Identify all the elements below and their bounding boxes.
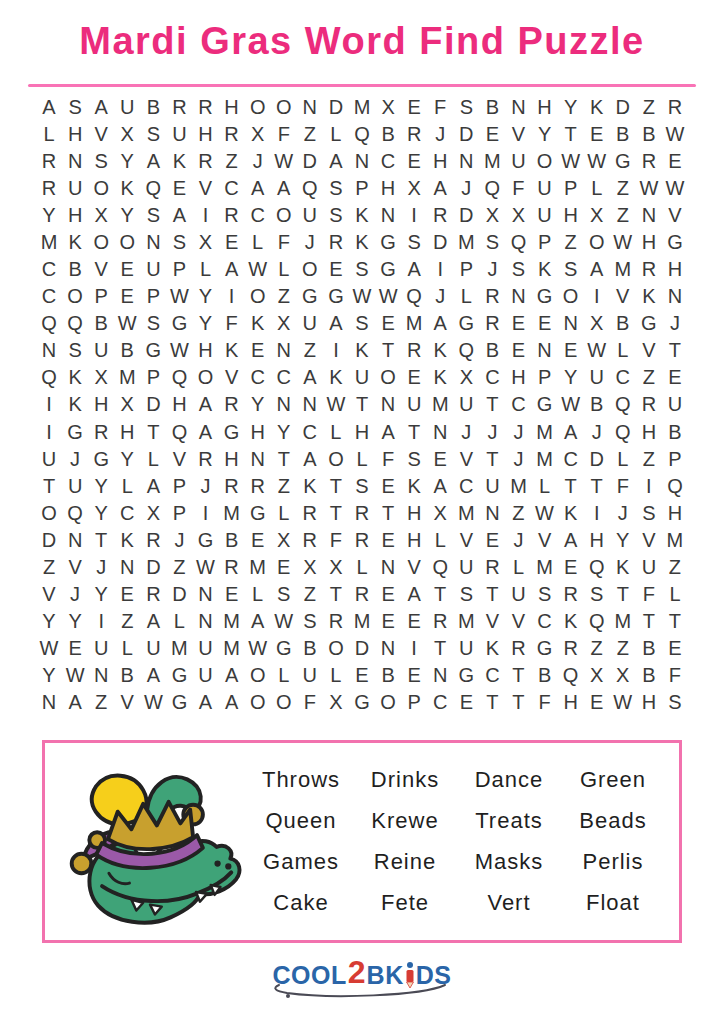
grid-cell-r21c20[interactable]: G [532,635,558,662]
grid-cell-r9c11[interactable]: U [297,310,323,337]
grid-cell-r12c1[interactable]: I [36,391,62,418]
grid-cell-r9c10[interactable]: X [271,310,297,337]
grid-cell-r19c9[interactable]: L [245,581,271,608]
grid-cell-r8c11[interactable]: G [297,283,323,310]
grid-cell-r20c21[interactable]: K [558,608,584,635]
grid-cell-r17c8[interactable]: B [219,527,245,554]
grid-cell-r11c3[interactable]: X [88,364,114,391]
grid-cell-r12c25[interactable]: U [662,391,688,418]
grid-cell-r4c5[interactable]: Q [140,175,166,202]
grid-cell-r6c16[interactable]: D [427,229,453,256]
grid-cell-r13c8[interactable]: G [219,419,245,446]
grid-cell-r17c3[interactable]: T [88,527,114,554]
grid-cell-r15c13[interactable]: S [349,473,375,500]
grid-cell-r18c15[interactable]: V [401,554,427,581]
grid-cell-r8c18[interactable]: R [479,283,505,310]
grid-cell-r4c16[interactable]: A [427,175,453,202]
grid-cell-r15c6[interactable]: P [166,473,192,500]
grid-cell-r2c24[interactable]: B [636,121,662,148]
grid-cell-r6c20[interactable]: P [532,229,558,256]
grid-cell-r15c25[interactable]: Q [662,473,688,500]
grid-cell-r1c19[interactable]: N [505,94,531,121]
grid-cell-r16c24[interactable]: S [636,500,662,527]
grid-cell-r5c6[interactable]: A [166,202,192,229]
grid-cell-r18c22[interactable]: Q [584,554,610,581]
grid-cell-r2c4[interactable]: X [114,121,140,148]
grid-cell-r7c22[interactable]: A [584,256,610,283]
grid-cell-r22c10[interactable]: L [271,662,297,689]
grid-cell-r2c2[interactable]: H [62,121,88,148]
grid-cell-r22c24[interactable]: B [636,662,662,689]
grid-cell-r20c7[interactable]: N [192,608,218,635]
grid-cell-r7c9[interactable]: W [245,256,271,283]
grid-cell-r5c13[interactable]: K [349,202,375,229]
grid-cell-r21c17[interactable]: U [453,635,479,662]
grid-cell-r22c11[interactable]: U [297,662,323,689]
grid-cell-r11c13[interactable]: U [349,364,375,391]
grid-cell-r7c19[interactable]: S [505,256,531,283]
grid-cell-r23c8[interactable]: A [219,689,245,716]
grid-cell-r15c18[interactable]: U [479,473,505,500]
grid-cell-r2c18[interactable]: E [479,121,505,148]
grid-cell-r1c7[interactable]: R [192,94,218,121]
grid-cell-r14c16[interactable]: E [427,446,453,473]
grid-cell-r17c9[interactable]: E [245,527,271,554]
grid-cell-r16c11[interactable]: R [297,500,323,527]
grid-cell-r8c2[interactable]: O [62,283,88,310]
grid-cell-r18c16[interactable]: Q [427,554,453,581]
grid-cell-r7c10[interactable]: L [271,256,297,283]
grid-cell-r11c10[interactable]: C [271,364,297,391]
grid-cell-r22c12[interactable]: L [323,662,349,689]
grid-cell-r6c25[interactable]: G [662,229,688,256]
grid-cell-r4c13[interactable]: P [349,175,375,202]
grid-cell-r17c25[interactable]: M [662,527,688,554]
grid-cell-r2c25[interactable]: W [662,121,688,148]
grid-cell-r10c8[interactable]: K [219,337,245,364]
grid-cell-r4c9[interactable]: A [245,175,271,202]
grid-cell-r5c5[interactable]: S [140,202,166,229]
grid-cell-r11c18[interactable]: C [479,364,505,391]
grid-cell-r10c2[interactable]: S [62,337,88,364]
grid-cell-r16c25[interactable]: H [662,500,688,527]
grid-cell-r1c2[interactable]: S [62,94,88,121]
grid-cell-r6c13[interactable]: K [349,229,375,256]
grid-cell-r12c4[interactable]: X [114,391,140,418]
grid-cell-r10c25[interactable]: T [662,337,688,364]
grid-cell-r10c12[interactable]: I [323,337,349,364]
grid-cell-r7c12[interactable]: E [323,256,349,283]
grid-cell-r15c5[interactable]: A [140,473,166,500]
grid-cell-r10c17[interactable]: Q [453,337,479,364]
grid-cell-r8c25[interactable]: N [662,283,688,310]
grid-cell-r11c20[interactable]: P [532,364,558,391]
grid-cell-r21c9[interactable]: W [245,635,271,662]
grid-cell-r11c12[interactable]: K [323,364,349,391]
grid-cell-r14c11[interactable]: A [297,446,323,473]
grid-cell-r10c11[interactable]: Z [297,337,323,364]
grid-cell-r16c19[interactable]: Z [505,500,531,527]
grid-cell-r1c22[interactable]: K [584,94,610,121]
grid-cell-r20c2[interactable]: Y [62,608,88,635]
grid-cell-r16c13[interactable]: R [349,500,375,527]
grid-cell-r16c23[interactable]: J [610,500,636,527]
grid-cell-r3c17[interactable]: N [453,148,479,175]
grid-cell-r22c6[interactable]: G [166,662,192,689]
grid-cell-r1c16[interactable]: F [427,94,453,121]
grid-cell-r4c12[interactable]: S [323,175,349,202]
grid-cell-r7c4[interactable]: E [114,256,140,283]
grid-cell-r1c4[interactable]: U [114,94,140,121]
grid-cell-r23c18[interactable]: T [479,689,505,716]
grid-cell-r10c20[interactable]: N [532,337,558,364]
grid-cell-r7c16[interactable]: I [427,256,453,283]
grid-cell-r13c14[interactable]: A [375,419,401,446]
grid-cell-r19c18[interactable]: T [479,581,505,608]
grid-cell-r6c19[interactable]: Q [505,229,531,256]
grid-cell-r4c4[interactable]: K [114,175,140,202]
grid-cell-r13c11[interactable]: C [297,419,323,446]
grid-cell-r15c12[interactable]: T [323,473,349,500]
grid-cell-r18c4[interactable]: N [114,554,140,581]
grid-cell-r19c11[interactable]: Z [297,581,323,608]
grid-cell-r11c1[interactable]: Q [36,364,62,391]
grid-cell-r22c16[interactable]: N [427,662,453,689]
grid-cell-r20c8[interactable]: M [219,608,245,635]
grid-cell-r5c12[interactable]: S [323,202,349,229]
grid-cell-r22c25[interactable]: F [662,662,688,689]
grid-cell-r13c2[interactable]: G [62,419,88,446]
grid-cell-r8c10[interactable]: Z [271,283,297,310]
grid-cell-r19c2[interactable]: J [62,581,88,608]
grid-cell-r17c18[interactable]: E [479,527,505,554]
grid-cell-r12c22[interactable]: B [584,391,610,418]
grid-cell-r13c23[interactable]: Q [610,419,636,446]
grid-cell-r3c20[interactable]: O [532,148,558,175]
grid-cell-r14c18[interactable]: T [479,446,505,473]
grid-cell-r22c8[interactable]: A [219,662,245,689]
grid-cell-r21c2[interactable]: E [62,635,88,662]
grid-cell-r20c25[interactable]: T [662,608,688,635]
grid-cell-r2c20[interactable]: Y [532,121,558,148]
grid-cell-r23c24[interactable]: H [636,689,662,716]
grid-cell-r22c15[interactable]: E [401,662,427,689]
grid-cell-r1c24[interactable]: Z [636,94,662,121]
grid-cell-r5c14[interactable]: N [375,202,401,229]
grid-cell-r9c22[interactable]: X [584,310,610,337]
grid-cell-r9c13[interactable]: S [349,310,375,337]
grid-cell-r21c13[interactable]: D [349,635,375,662]
grid-cell-r17c20[interactable]: V [532,527,558,554]
grid-cell-r6c1[interactable]: M [36,229,62,256]
grid-cell-r7c2[interactable]: B [62,256,88,283]
grid-cell-r17c11[interactable]: R [297,527,323,554]
grid-cell-r3c11[interactable]: D [297,148,323,175]
grid-cell-r3c2[interactable]: N [62,148,88,175]
grid-cell-r9c6[interactable]: G [166,310,192,337]
grid-cell-r22c2[interactable]: W [62,662,88,689]
grid-cell-r2c16[interactable]: J [427,121,453,148]
grid-cell-r18c3[interactable]: J [88,554,114,581]
grid-cell-r14c2[interactable]: J [62,446,88,473]
grid-cell-r19c8[interactable]: E [219,581,245,608]
grid-cell-r13c21[interactable]: A [558,419,584,446]
grid-cell-r3c7[interactable]: R [192,148,218,175]
grid-cell-r4c3[interactable]: O [88,175,114,202]
grid-cell-r1c3[interactable]: A [88,94,114,121]
grid-cell-r22c18[interactable]: C [479,662,505,689]
grid-cell-r23c13[interactable]: G [349,689,375,716]
grid-cell-r1c8[interactable]: H [219,94,245,121]
grid-cell-r4c7[interactable]: V [192,175,218,202]
grid-cell-r19c20[interactable]: S [532,581,558,608]
grid-cell-r5c17[interactable]: D [453,202,479,229]
grid-cell-r18c12[interactable]: X [323,554,349,581]
grid-cell-r1c18[interactable]: B [479,94,505,121]
grid-cell-r11c17[interactable]: X [453,364,479,391]
grid-cell-r19c3[interactable]: Y [88,581,114,608]
grid-cell-r17c22[interactable]: H [584,527,610,554]
grid-cell-r12c19[interactable]: C [505,391,531,418]
grid-cell-r13c16[interactable]: N [427,419,453,446]
grid-cell-r21c11[interactable]: B [297,635,323,662]
grid-cell-r10c6[interactable]: W [166,337,192,364]
grid-cell-r12c7[interactable]: A [192,391,218,418]
grid-cell-r16c7[interactable]: I [192,500,218,527]
grid-cell-r4c18[interactable]: Q [479,175,505,202]
grid-cell-r7c15[interactable]: A [401,256,427,283]
grid-cell-r4c19[interactable]: F [505,175,531,202]
grid-cell-r18c23[interactable]: K [610,554,636,581]
grid-cell-r7c8[interactable]: A [219,256,245,283]
grid-cell-r5c16[interactable]: R [427,202,453,229]
grid-cell-r13c15[interactable]: T [401,419,427,446]
grid-cell-r15c7[interactable]: J [192,473,218,500]
grid-cell-r9c14[interactable]: E [375,310,401,337]
grid-cell-r8c9[interactable]: O [245,283,271,310]
grid-cell-r19c24[interactable]: F [636,581,662,608]
grid-cell-r6c10[interactable]: F [271,229,297,256]
grid-cell-r4c24[interactable]: W [636,175,662,202]
grid-cell-r18c13[interactable]: L [349,554,375,581]
footer-logo[interactable]: COOL2BK DS [0,956,724,988]
grid-cell-r23c12[interactable]: X [323,689,349,716]
grid-cell-r13c4[interactable]: H [114,419,140,446]
grid-cell-r10c19[interactable]: E [505,337,531,364]
grid-cell-r14c1[interactable]: U [36,446,62,473]
grid-cell-r20c14[interactable]: E [375,608,401,635]
grid-cell-r23c25[interactable]: S [662,689,688,716]
grid-cell-r6c5[interactable]: N [140,229,166,256]
grid-cell-r9c1[interactable]: Q [36,310,62,337]
grid-cell-r9c5[interactable]: S [140,310,166,337]
grid-cell-r5c11[interactable]: U [297,202,323,229]
grid-cell-r8c4[interactable]: E [114,283,140,310]
grid-cell-r11c14[interactable]: O [375,364,401,391]
grid-cell-r8c12[interactable]: G [323,283,349,310]
grid-cell-r20c17[interactable]: M [453,608,479,635]
grid-cell-r9c2[interactable]: Q [62,310,88,337]
grid-cell-r21c19[interactable]: R [505,635,531,662]
grid-cell-r2c23[interactable]: B [610,121,636,148]
grid-cell-r18c20[interactable]: M [532,554,558,581]
grid-cell-r2c6[interactable]: U [166,121,192,148]
grid-cell-r19c7[interactable]: N [192,581,218,608]
grid-cell-r22c14[interactable]: B [375,662,401,689]
grid-cell-r19c17[interactable]: S [453,581,479,608]
grid-cell-r2c11[interactable]: Z [297,121,323,148]
grid-cell-r9c20[interactable]: E [532,310,558,337]
grid-cell-r22c1[interactable]: Y [36,662,62,689]
grid-cell-r5c22[interactable]: X [584,202,610,229]
grid-cell-r18c25[interactable]: Z [662,554,688,581]
grid-cell-r20c4[interactable]: Z [114,608,140,635]
grid-cell-r14c8[interactable]: H [219,446,245,473]
grid-cell-r23c17[interactable]: E [453,689,479,716]
grid-cell-r23c9[interactable]: O [245,689,271,716]
grid-cell-r16c3[interactable]: Y [88,500,114,527]
grid-cell-r21c1[interactable]: W [36,635,62,662]
grid-cell-r1c14[interactable]: X [375,94,401,121]
grid-cell-r20c6[interactable]: L [166,608,192,635]
grid-cell-r4c17[interactable]: J [453,175,479,202]
grid-cell-r6c4[interactable]: O [114,229,140,256]
grid-cell-r8c1[interactable]: C [36,283,62,310]
grid-cell-r22c13[interactable]: E [349,662,375,689]
grid-cell-r2c21[interactable]: T [558,121,584,148]
grid-cell-r12c6[interactable]: H [166,391,192,418]
grid-cell-r18c5[interactable]: D [140,554,166,581]
grid-cell-r20c10[interactable]: W [271,608,297,635]
grid-cell-r8c22[interactable]: I [584,283,610,310]
grid-cell-r12c16[interactable]: M [427,391,453,418]
grid-cell-r17c21[interactable]: A [558,527,584,554]
grid-cell-r21c18[interactable]: K [479,635,505,662]
grid-cell-r20c1[interactable]: Y [36,608,62,635]
grid-cell-r20c9[interactable]: A [245,608,271,635]
grid-cell-r5c20[interactable]: U [532,202,558,229]
grid-cell-r7c1[interactable]: C [36,256,62,283]
grid-cell-r9c8[interactable]: F [219,310,245,337]
grid-cell-r13c6[interactable]: Q [166,419,192,446]
grid-cell-r4c6[interactable]: E [166,175,192,202]
grid-cell-r15c8[interactable]: R [219,473,245,500]
grid-cell-r15c20[interactable]: L [532,473,558,500]
grid-cell-r21c16[interactable]: T [427,635,453,662]
grid-cell-r11c19[interactable]: H [505,364,531,391]
grid-cell-r17c2[interactable]: N [62,527,88,554]
grid-cell-r2c10[interactable]: F [271,121,297,148]
grid-cell-r16c9[interactable]: G [245,500,271,527]
grid-cell-r11c25[interactable]: E [662,364,688,391]
grid-cell-r15c23[interactable]: F [610,473,636,500]
grid-cell-r21c3[interactable]: U [88,635,114,662]
grid-cell-r8c17[interactable]: L [453,283,479,310]
grid-cell-r21c7[interactable]: U [192,635,218,662]
grid-cell-r9c24[interactable]: G [636,310,662,337]
grid-cell-r8c20[interactable]: G [532,283,558,310]
grid-cell-r17c6[interactable]: J [166,527,192,554]
grid-cell-r8c21[interactable]: O [558,283,584,310]
grid-cell-r17c23[interactable]: Y [610,527,636,554]
grid-cell-r23c5[interactable]: W [140,689,166,716]
grid-cell-r20c20[interactable]: C [532,608,558,635]
grid-cell-r14c3[interactable]: G [88,446,114,473]
grid-cell-r8c16[interactable]: J [427,283,453,310]
grid-cell-r11c4[interactable]: M [114,364,140,391]
grid-cell-r16c12[interactable]: T [323,500,349,527]
grid-cell-r18c19[interactable]: L [505,554,531,581]
grid-cell-r9c21[interactable]: N [558,310,584,337]
grid-cell-r10c9[interactable]: E [245,337,271,364]
grid-cell-r9c12[interactable]: A [323,310,349,337]
grid-cell-r19c14[interactable]: E [375,581,401,608]
grid-cell-r17c16[interactable]: L [427,527,453,554]
grid-cell-r18c2[interactable]: V [62,554,88,581]
grid-cell-r11c11[interactable]: A [297,364,323,391]
grid-cell-r4c2[interactable]: U [62,175,88,202]
grid-cell-r19c22[interactable]: S [584,581,610,608]
grid-cell-r1c15[interactable]: E [401,94,427,121]
grid-cell-r8c24[interactable]: K [636,283,662,310]
grid-cell-r2c1[interactable]: L [36,121,62,148]
grid-cell-r11c16[interactable]: K [427,364,453,391]
grid-cell-r15c2[interactable]: U [62,473,88,500]
grid-cell-r7c5[interactable]: U [140,256,166,283]
grid-cell-r1c5[interactable]: B [140,94,166,121]
grid-cell-r20c13[interactable]: M [349,608,375,635]
grid-cell-r4c25[interactable]: W [662,175,688,202]
grid-cell-r16c18[interactable]: N [479,500,505,527]
grid-cell-r6c7[interactable]: X [192,229,218,256]
grid-cell-r4c1[interactable]: R [36,175,62,202]
grid-cell-r14c23[interactable]: L [610,446,636,473]
grid-cell-r19c13[interactable]: R [349,581,375,608]
grid-cell-r9c16[interactable]: A [427,310,453,337]
grid-cell-r21c5[interactable]: U [140,635,166,662]
grid-cell-r10c7[interactable]: H [192,337,218,364]
grid-cell-r9c18[interactable]: R [479,310,505,337]
grid-cell-r14c24[interactable]: Z [636,446,662,473]
grid-cell-r6c15[interactable]: S [401,229,427,256]
grid-cell-r22c5[interactable]: A [140,662,166,689]
grid-cell-r17c24[interactable]: V [636,527,662,554]
grid-cell-r14c17[interactable]: V [453,446,479,473]
grid-cell-r10c16[interactable]: K [427,337,453,364]
grid-cell-r1c12[interactable]: D [323,94,349,121]
grid-cell-r19c19[interactable]: U [505,581,531,608]
grid-cell-r17c19[interactable]: J [505,527,531,554]
grid-cell-r4c11[interactable]: Q [297,175,323,202]
grid-cell-r7c20[interactable]: K [532,256,558,283]
grid-cell-r18c10[interactable]: E [271,554,297,581]
grid-cell-r5c1[interactable]: Y [36,202,62,229]
grid-cell-r9c7[interactable]: Y [192,310,218,337]
grid-cell-r3c8[interactable]: Z [219,148,245,175]
grid-cell-r6c23[interactable]: W [610,229,636,256]
grid-cell-r11c5[interactable]: P [140,364,166,391]
grid-cell-r12c13[interactable]: T [349,391,375,418]
grid-cell-r16c22[interactable]: I [584,500,610,527]
grid-cell-r10c4[interactable]: B [114,337,140,364]
grid-cell-r12c9[interactable]: Y [245,391,271,418]
grid-cell-r10c1[interactable]: N [36,337,62,364]
grid-cell-r2c14[interactable]: B [375,121,401,148]
grid-cell-r18c14[interactable]: N [375,554,401,581]
grid-cell-r14c12[interactable]: O [323,446,349,473]
grid-cell-r14c20[interactable]: M [532,446,558,473]
grid-cell-r3c9[interactable]: J [245,148,271,175]
